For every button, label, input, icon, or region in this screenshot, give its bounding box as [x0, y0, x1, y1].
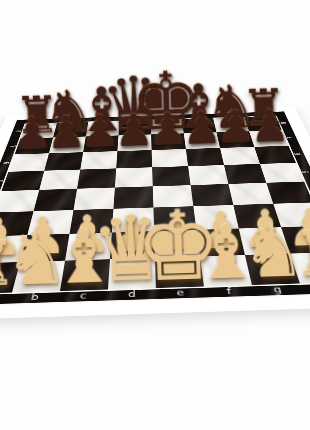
square-a7: [15, 137, 53, 154]
file-label-top-f: f: [190, 114, 204, 119]
square-e2: [154, 230, 200, 258]
square-e6: [152, 149, 188, 167]
square-g5: [224, 164, 266, 184]
file-label-top-h: h: [252, 112, 267, 117]
square-f2: [196, 229, 244, 257]
file-label-top-e: e: [160, 115, 173, 120]
square-h4: [266, 182, 310, 204]
square-h7: [249, 130, 288, 147]
square-d6: [116, 150, 152, 168]
square-f1: [200, 255, 252, 287]
file-label-bottom-f: f: [218, 285, 240, 297]
square-c1: [60, 259, 110, 291]
square-f4: [191, 184, 234, 206]
rank-label-right-8: 8: [278, 120, 291, 125]
square-c5: [77, 168, 116, 188]
square-e5: [152, 166, 190, 186]
rank-label-left-7: 7: [5, 144, 18, 150]
square-b1: [12, 261, 65, 293]
rank-label-right-6: 6: [291, 151, 305, 157]
square-c6: [80, 151, 117, 169]
square-c4: [74, 188, 115, 210]
square-h5: [260, 163, 304, 183]
file-label-top-c: c: [97, 117, 110, 122]
rank-label-left-8: 8: [12, 129, 24, 134]
square-b3: [27, 210, 73, 235]
rank-label-right-7: 7: [284, 135, 297, 140]
rank-label-right-5: 5: [299, 168, 310, 175]
square-f5: [188, 165, 228, 185]
square-d2: [110, 231, 155, 259]
square-e1: [155, 256, 204, 288]
scene: aabbccddeeffgghh8877665544332211 ♜♞♝♛♚♝♞…: [0, 0, 310, 430]
square-c7: [83, 135, 118, 152]
square-f3: [193, 205, 238, 230]
file-label-bottom-g: g: [266, 284, 289, 296]
square-d3: [112, 207, 154, 232]
file-label-bottom-c: c: [72, 290, 94, 302]
photo-caption: Wooden Staunton chess pieces set up in t…: [0, 0, 1, 1]
square-a5: [1, 171, 44, 191]
rank-label-left-6: 6: [0, 160, 13, 166]
file-label-bottom-d: d: [122, 288, 142, 300]
square-e4: [153, 185, 194, 207]
square-b6: [44, 152, 83, 170]
square-b5: [39, 170, 80, 190]
square-f6: [186, 148, 224, 166]
square-e7: [151, 133, 186, 150]
file-label-bottom-e: e: [170, 287, 191, 299]
file-label-top-d: d: [129, 116, 142, 121]
file-label-top-g: g: [221, 113, 235, 118]
square-d8: [118, 120, 151, 135]
square-b4: [34, 189, 78, 212]
board-grid: [0, 116, 310, 294]
chessboard-mat: aabbccddeeffgghh8877665544332211: [0, 106, 310, 321]
square-d1: [108, 258, 156, 290]
square-e3: [153, 206, 196, 231]
square-c2: [65, 232, 112, 260]
square-c8: [86, 121, 120, 136]
product-photo: Wooden Staunton chess pieces set up in t…: [0, 0, 310, 430]
square-g7: [216, 131, 254, 148]
square-d5: [115, 167, 153, 187]
file-label-bottom-b: b: [23, 291, 46, 303]
square-d7: [117, 134, 151, 151]
square-g8: [213, 117, 249, 132]
square-f7: [184, 132, 220, 149]
square-h6: [254, 146, 296, 164]
square-e8: [151, 119, 184, 134]
square-b8: [53, 122, 88, 137]
file-label-top-b: b: [66, 118, 80, 123]
file-label-top-a: a: [35, 119, 49, 124]
square-b2: [20, 234, 69, 262]
square-d4: [113, 186, 153, 208]
square-f8: [182, 118, 217, 133]
square-h8: [244, 116, 281, 131]
square-g6: [220, 147, 260, 165]
square-a8: [20, 123, 56, 138]
square-b7: [49, 136, 86, 153]
square-a6: [8, 153, 49, 172]
square-c3: [70, 209, 114, 234]
